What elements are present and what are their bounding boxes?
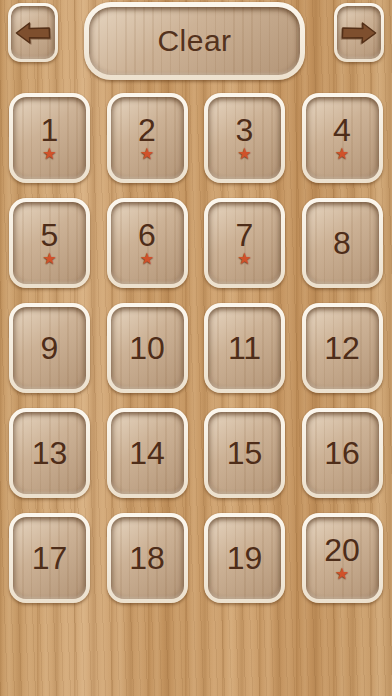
next-page-button-face: [337, 6, 381, 59]
star-icon: ★: [140, 147, 154, 160]
level-number: 10: [129, 332, 165, 364]
level-button-9[interactable]: 9: [9, 303, 90, 393]
star-icon: ★: [140, 252, 154, 265]
level-number: 9: [41, 332, 59, 364]
star-icon: ★: [42, 252, 56, 265]
level-button-face: 7★: [208, 202, 281, 284]
level-number: 6: [138, 219, 156, 251]
level-button-face: 19: [208, 517, 281, 599]
level-button-17[interactable]: 17: [9, 513, 90, 603]
arrow-left-icon: [14, 19, 52, 47]
level-button-face: 6★: [111, 202, 184, 284]
level-number: 8: [333, 227, 351, 259]
level-button-16[interactable]: 16: [302, 408, 383, 498]
level-number: 11: [228, 332, 261, 364]
star-icon: ★: [237, 147, 251, 160]
level-button-face: 13: [13, 412, 86, 494]
level-number: 20: [324, 534, 360, 566]
level-button-face: 8: [306, 202, 379, 284]
level-button-face: 12: [306, 307, 379, 389]
prev-page-button-face: [11, 6, 55, 59]
level-number: 1: [41, 114, 59, 146]
level-button-face: 18: [111, 517, 184, 599]
level-button-face: 3★: [208, 97, 281, 179]
clear-button[interactable]: Clear: [84, 2, 305, 80]
level-button-face: 17: [13, 517, 86, 599]
level-button-11[interactable]: 11: [204, 303, 285, 393]
level-number: 15: [227, 437, 263, 469]
star-icon: ★: [42, 147, 56, 160]
level-number: 14: [129, 437, 165, 469]
level-button-face: 15: [208, 412, 281, 494]
level-button-face: 16: [306, 412, 379, 494]
level-number: 17: [32, 542, 68, 574]
clear-button-label: Clear: [157, 24, 231, 58]
level-button-5[interactable]: 5★: [9, 198, 90, 288]
level-button-10[interactable]: 10: [107, 303, 188, 393]
level-button-20[interactable]: 20★: [302, 513, 383, 603]
level-button-6[interactable]: 6★: [107, 198, 188, 288]
prev-page-button[interactable]: [8, 3, 58, 62]
level-button-face: 1★: [13, 97, 86, 179]
level-button-face: 9: [13, 307, 86, 389]
next-page-button[interactable]: [334, 3, 384, 62]
level-button-18[interactable]: 18: [107, 513, 188, 603]
level-button-13[interactable]: 13: [9, 408, 90, 498]
level-number: 4: [333, 114, 351, 146]
level-grid: 1★2★3★4★5★6★7★891011121314151617181920★: [9, 93, 383, 603]
level-button-7[interactable]: 7★: [204, 198, 285, 288]
level-select-screen: Clear 1★2★3★4★5★6★7★89101112131415161718…: [0, 0, 392, 696]
level-number: 12: [324, 332, 360, 364]
star-icon: ★: [237, 252, 251, 265]
level-button-19[interactable]: 19: [204, 513, 285, 603]
level-button-12[interactable]: 12: [302, 303, 383, 393]
level-button-1[interactable]: 1★: [9, 93, 90, 183]
level-number: 3: [236, 114, 254, 146]
level-button-15[interactable]: 15: [204, 408, 285, 498]
level-number: 16: [324, 437, 360, 469]
level-button-8[interactable]: 8: [302, 198, 383, 288]
level-button-2[interactable]: 2★: [107, 93, 188, 183]
arrow-right-icon: [340, 19, 378, 47]
level-button-3[interactable]: 3★: [204, 93, 285, 183]
level-number: 19: [227, 542, 263, 574]
level-button-face: 10: [111, 307, 184, 389]
level-button-face: 14: [111, 412, 184, 494]
level-button-face: 20★: [306, 517, 379, 599]
level-button-face: 2★: [111, 97, 184, 179]
clear-button-face: Clear: [89, 7, 300, 75]
level-number: 13: [32, 437, 68, 469]
level-number: 18: [129, 542, 165, 574]
level-number: 2: [138, 114, 156, 146]
level-number: 7: [236, 219, 254, 251]
level-button-face: 5★: [13, 202, 86, 284]
level-number: 5: [41, 219, 59, 251]
star-icon: ★: [335, 567, 349, 580]
star-icon: ★: [335, 147, 349, 160]
level-button-4[interactable]: 4★: [302, 93, 383, 183]
level-button-14[interactable]: 14: [107, 408, 188, 498]
level-button-face: 11: [208, 307, 281, 389]
level-button-face: 4★: [306, 97, 379, 179]
